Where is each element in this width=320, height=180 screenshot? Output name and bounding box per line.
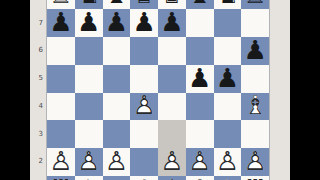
black-rook: ♜: [241, 0, 269, 8]
square-a6[interactable]: [47, 37, 75, 65]
square-f1[interactable]: ♝♗: [186, 176, 214, 180]
square-g4[interactable]: [214, 93, 242, 121]
square-g5[interactable]: ♟: [214, 65, 242, 93]
square-h7[interactable]: [241, 9, 269, 37]
rank-label-7: 7: [30, 9, 45, 37]
piece-glyph: ♟: [47, 8, 75, 36]
piece-glyph: ♜: [241, 0, 269, 8]
square-b5[interactable]: [75, 65, 103, 93]
square-d2[interactable]: [130, 148, 158, 176]
rank-label-3: 3: [30, 120, 45, 148]
white-pawn: ♟♙: [214, 147, 242, 175]
piece-glyph: ♟: [103, 8, 131, 36]
square-h2[interactable]: ♟♙: [241, 148, 269, 176]
rank-label-4: 4: [30, 93, 45, 121]
rank-label-1: 1: [30, 176, 45, 180]
square-b4[interactable]: [75, 93, 103, 121]
piece-outline-glyph: ♙: [158, 147, 186, 175]
piece-glyph: ♟: [158, 8, 186, 36]
square-d3[interactable]: [130, 120, 158, 148]
square-h4[interactable]: ♝♗: [241, 93, 269, 121]
piece-outline-glyph: ♖: [47, 174, 75, 180]
square-d1[interactable]: ♛♕: [130, 176, 158, 180]
square-c3[interactable]: [103, 120, 131, 148]
square-a7[interactable]: ♟: [47, 9, 75, 37]
white-pawn: ♟♙: [130, 91, 158, 119]
piece-outline-glyph: ♔: [158, 174, 186, 180]
white-pawn: ♟♙: [186, 147, 214, 175]
square-f7[interactable]: [186, 9, 214, 37]
square-d6[interactable]: [130, 37, 158, 65]
square-g6[interactable]: [214, 37, 242, 65]
white-bishop: ♝♗: [186, 174, 214, 180]
square-a2[interactable]: ♟♙: [47, 148, 75, 176]
square-e2[interactable]: ♟♙: [158, 148, 186, 176]
square-f2[interactable]: ♟♙: [186, 148, 214, 176]
square-f8[interactable]: ♝: [186, 0, 214, 9]
rank-labels: 87654321: [30, 0, 45, 180]
square-g7[interactable]: [214, 9, 242, 37]
piece-outline-glyph: ♙: [214, 147, 242, 175]
square-e7[interactable]: ♟: [158, 9, 186, 37]
white-pawn: ♟♙: [47, 147, 75, 175]
piece-glyph: ♟: [241, 36, 269, 64]
black-pawn: ♟: [75, 8, 103, 36]
rank-label-2: 2: [30, 148, 45, 176]
square-e5[interactable]: [158, 65, 186, 93]
piece-outline-glyph: ♗: [241, 91, 269, 119]
square-c2[interactable]: ♟♙: [103, 148, 131, 176]
square-f5[interactable]: ♟: [186, 65, 214, 93]
black-pawn: ♟: [130, 8, 158, 36]
black-bishop: ♝: [186, 0, 214, 8]
square-g3[interactable]: [214, 120, 242, 148]
piece-outline-glyph: ♖: [241, 174, 269, 180]
square-b3[interactable]: [75, 120, 103, 148]
piece-outline-glyph: ♕: [130, 174, 158, 180]
square-a5[interactable]: [47, 65, 75, 93]
piece-glyph: ♟: [214, 63, 242, 91]
white-pawn: ♟♙: [158, 147, 186, 175]
square-e3[interactable]: [158, 120, 186, 148]
piece-glyph: ♝: [186, 0, 214, 8]
white-pawn: ♟♙: [241, 147, 269, 175]
square-h3[interactable]: [241, 120, 269, 148]
black-pawn: ♟: [103, 8, 131, 36]
square-c1[interactable]: [103, 176, 131, 180]
white-knight: ♞♘: [214, 174, 242, 180]
piece-glyph: ♞: [214, 0, 242, 8]
piece-outline-glyph: ♙: [75, 147, 103, 175]
white-rook: ♜♖: [241, 174, 269, 180]
square-f6[interactable]: [186, 37, 214, 65]
piece-outline-glyph: ♘: [214, 174, 242, 180]
black-pawn: ♟: [241, 36, 269, 64]
white-queen: ♛♕: [130, 174, 158, 180]
square-f4[interactable]: [186, 93, 214, 121]
square-h1[interactable]: ♜♖: [241, 176, 269, 180]
white-pawn: ♟♙: [75, 147, 103, 175]
piece-outline-glyph: ♙: [241, 147, 269, 175]
square-d5[interactable]: [130, 65, 158, 93]
square-e6[interactable]: [158, 37, 186, 65]
square-e4[interactable]: [158, 93, 186, 121]
black-pawn: ♟: [186, 63, 214, 91]
rank-label-8: 8: [30, 0, 45, 9]
chess-board: ♜♞♝♛♚♝♞♜♟♟♟♟♟♟♟♟♟♙♝♗♟♙♟♙♟♙♟♙♟♙♟♙♟♙♜♖♞♘♛♕…: [47, 0, 269, 180]
black-knight: ♞: [214, 0, 242, 8]
square-c5[interactable]: [103, 65, 131, 93]
square-b2[interactable]: ♟♙: [75, 148, 103, 176]
white-rook: ♜♖: [47, 174, 75, 180]
white-knight: ♞♘: [75, 174, 103, 180]
square-c4[interactable]: [103, 93, 131, 121]
square-f3[interactable]: [186, 120, 214, 148]
square-g2[interactable]: ♟♙: [214, 148, 242, 176]
piece-glyph: ♟: [75, 8, 103, 36]
square-g1[interactable]: ♞♘: [214, 176, 242, 180]
square-d7[interactable]: ♟: [130, 9, 158, 37]
square-c6[interactable]: [103, 37, 131, 65]
square-a4[interactable]: [47, 93, 75, 121]
piece-glyph: ♟: [130, 8, 158, 36]
rank-label-5: 5: [30, 65, 45, 93]
square-a1[interactable]: ♜♖: [47, 176, 75, 180]
piece-outline-glyph: ♙: [47, 147, 75, 175]
piece-outline-glyph: ♙: [186, 147, 214, 175]
square-h8[interactable]: ♜: [241, 0, 269, 9]
square-d4[interactable]: ♟♙: [130, 93, 158, 121]
square-e1[interactable]: ♚♔: [158, 176, 186, 180]
black-pawn: ♟: [158, 8, 186, 36]
piece-outline-glyph: ♙: [103, 147, 131, 175]
square-b6[interactable]: [75, 37, 103, 65]
square-h6[interactable]: ♟: [241, 37, 269, 65]
black-pawn: ♟: [214, 63, 242, 91]
square-h5[interactable]: [241, 65, 269, 93]
piece-outline-glyph: ♗: [186, 174, 214, 180]
white-bishop: ♝♗: [241, 91, 269, 119]
piece-outline-glyph: ♙: [130, 91, 158, 119]
white-king: ♚♔: [158, 174, 186, 180]
square-a3[interactable]: [47, 120, 75, 148]
rank-label-6: 6: [30, 37, 45, 65]
video-frame: { "game": "chess", "position": { "fen": …: [0, 0, 320, 180]
square-c7[interactable]: ♟: [103, 9, 131, 37]
white-pawn: ♟♙: [103, 147, 131, 175]
piece-glyph: ♟: [186, 63, 214, 91]
black-pawn: ♟: [47, 8, 75, 36]
square-g8[interactable]: ♞: [214, 0, 242, 9]
square-b1[interactable]: ♞♘: [75, 176, 103, 180]
square-b7[interactable]: ♟: [75, 9, 103, 37]
piece-outline-glyph: ♘: [75, 174, 103, 180]
